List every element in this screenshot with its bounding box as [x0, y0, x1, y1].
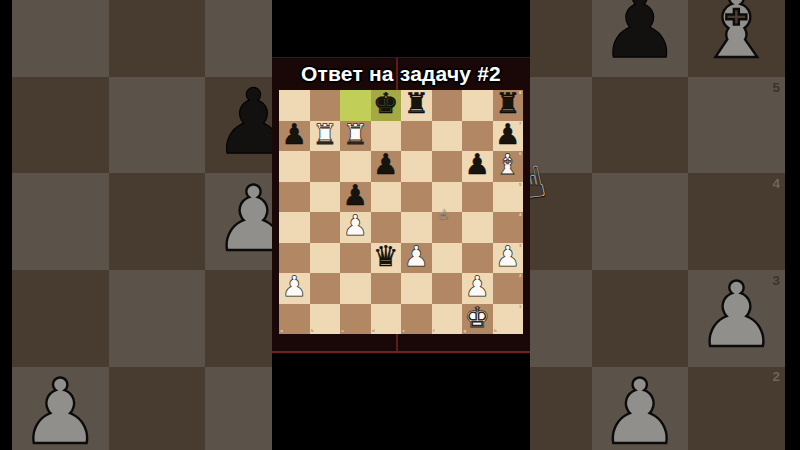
video-strip[interactable]: Ответ на задачу #2 ♚♜♜8♟♜♜♟7♟♟♝6♟5♟4♛♟♟3… [272, 0, 530, 450]
square-b7: ♜ [310, 121, 341, 152]
square-f6 [432, 151, 463, 182]
square-d6: ♟ [371, 151, 402, 182]
file-label-b: b [311, 329, 314, 333]
square-a8 [279, 90, 310, 121]
square-g2: ♟ [592, 367, 689, 450]
square-f2 [432, 273, 463, 304]
square-h6: ♝6 [688, 0, 785, 77]
square-b6 [109, 0, 206, 77]
square-h2: 2 [493, 273, 524, 304]
square-f8 [432, 90, 463, 121]
square-g4 [592, 173, 689, 270]
black-pawn: ♟ [495, 121, 520, 149]
square-g4 [462, 212, 493, 243]
square-b8 [310, 90, 341, 121]
square-a5 [279, 182, 310, 213]
rank-label-7: 7 [519, 122, 521, 126]
square-h3: ♟3 [493, 243, 524, 274]
divider-horizontal [272, 351, 530, 353]
square-b2 [310, 273, 341, 304]
square-f7 [432, 121, 463, 152]
square-a1: a [279, 304, 310, 335]
square-g1: ♚g [462, 304, 493, 335]
black-pawn: ♟ [600, 0, 681, 71]
square-b3 [310, 243, 341, 274]
rank-label-5: 5 [772, 81, 780, 95]
square-a6 [279, 151, 310, 182]
file-label-h: h [494, 329, 497, 333]
square-a2: ♟ [279, 273, 310, 304]
black-pawn: ♟ [465, 151, 490, 179]
rank-label-4: 4 [772, 177, 780, 191]
rank-label-2: 2 [519, 274, 521, 278]
square-a2: ♟ [12, 367, 109, 450]
white-rook: ♜ [312, 121, 337, 149]
square-a5 [12, 77, 109, 174]
square-g8 [462, 90, 493, 121]
square-e7 [401, 121, 432, 152]
white-pawn: ♟ [600, 368, 681, 450]
square-g7 [462, 121, 493, 152]
file-label-e: e [403, 329, 405, 333]
square-e5 [401, 182, 432, 213]
square-b5 [109, 77, 206, 174]
square-b4 [109, 173, 206, 270]
square-d5 [371, 182, 402, 213]
square-c7: ♜ [340, 121, 371, 152]
square-e1: e [401, 304, 432, 335]
square-h4: 4 [688, 173, 785, 270]
rank-label-4: 4 [519, 213, 521, 217]
square-c1: c [340, 304, 371, 335]
white-pawn: ♟ [696, 271, 777, 361]
square-h1: 1h [493, 304, 524, 335]
square-d4 [371, 212, 402, 243]
square-h6: ♝6 [493, 151, 524, 182]
square-d2 [371, 273, 402, 304]
square-b4 [310, 212, 341, 243]
square-e8: ♜ [401, 90, 432, 121]
square-a3 [279, 243, 310, 274]
square-a4 [12, 173, 109, 270]
rank-label-2: 2 [772, 370, 780, 384]
square-f3 [432, 243, 463, 274]
file-label-a: a [281, 329, 283, 333]
black-queen: ♛ [373, 243, 398, 271]
square-c6 [340, 151, 371, 182]
black-pawn: ♟ [282, 121, 307, 149]
square-f1: f [432, 304, 463, 335]
square-a7: ♟ [279, 121, 310, 152]
white-pawn: ♟ [282, 273, 307, 301]
white-pawn: ♟ [404, 243, 429, 271]
square-h5: 5 [493, 182, 524, 213]
rank-label-3: 3 [772, 274, 780, 288]
square-d7 [371, 121, 402, 152]
file-label-g: g [464, 329, 467, 333]
square-h7: ♟7 [493, 121, 524, 152]
file-label-c: c [342, 329, 344, 333]
rank-label-6: 6 [519, 152, 521, 156]
square-h3: ♟3 [688, 270, 785, 367]
square-g6: ♟ [592, 0, 689, 77]
square-a3 [12, 270, 109, 367]
white-bishop: ♝ [696, 0, 777, 71]
square-b3 [109, 270, 206, 367]
black-pawn: ♟ [343, 182, 368, 210]
file-label-f: f [433, 329, 434, 333]
square-h4: 4 [493, 212, 524, 243]
black-pawn: ♟ [373, 151, 398, 179]
square-c4: ♟ [340, 212, 371, 243]
chess-board: ♚♜♜8♟♜♜♟7♟♟♝6♟5♟4♛♟♟3♟♟2abcdef♚g1h☝ [279, 90, 523, 334]
file-label-d: d [372, 329, 375, 333]
white-pawn: ♟ [343, 212, 368, 240]
square-b6 [310, 151, 341, 182]
square-b5 [310, 182, 341, 213]
square-c8 [340, 90, 371, 121]
square-d8: ♚ [371, 90, 402, 121]
square-e6 [401, 151, 432, 182]
square-c5: ♟ [340, 182, 371, 213]
square-g3 [462, 243, 493, 274]
square-a4 [279, 212, 310, 243]
white-bishop: ♝ [495, 151, 520, 179]
white-king: ♚ [465, 304, 490, 332]
square-e4 [401, 212, 432, 243]
square-c3 [340, 243, 371, 274]
square-d3: ♛ [371, 243, 402, 274]
screenshot-canvas: ♚♜♜8♟♜♜♟7♟♟♝6♟5♟4♛♟♟3♟♟2abcdef♚g1h☝ Отве… [0, 0, 800, 450]
square-g3 [592, 270, 689, 367]
square-g5 [592, 77, 689, 174]
square-h5: 5 [688, 77, 785, 174]
rank-label-8: 8 [519, 91, 521, 95]
rank-label-5: 5 [519, 183, 521, 187]
square-d1: d [371, 304, 402, 335]
rank-label-1: 1 [519, 305, 521, 309]
video-title: Ответ на задачу #2 [272, 59, 530, 89]
square-f5 [432, 182, 463, 213]
square-c2 [340, 273, 371, 304]
square-b2 [109, 367, 206, 450]
square-e2 [401, 273, 432, 304]
black-rook: ♜ [404, 90, 429, 118]
black-rook: ♜ [495, 90, 520, 118]
square-g2: ♟ [462, 273, 493, 304]
square-b1: b [310, 304, 341, 335]
white-pawn: ♟ [465, 273, 490, 301]
square-a6 [12, 0, 109, 77]
square-g6: ♟ [462, 151, 493, 182]
square-h8: ♜8 [493, 90, 524, 121]
rank-label-3: 3 [519, 244, 521, 248]
white-rook: ♜ [343, 121, 368, 149]
square-g5 [462, 182, 493, 213]
square-h2: 2 [688, 367, 785, 450]
square-e3: ♟ [401, 243, 432, 274]
white-pawn: ♟ [20, 368, 101, 450]
white-pawn: ♟ [495, 243, 520, 271]
black-king: ♚ [373, 90, 398, 118]
